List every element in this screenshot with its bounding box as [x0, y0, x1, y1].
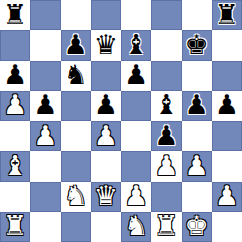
square-b6[interactable] — [30, 61, 60, 91]
white-rook[interactable]: ♜ — [3, 212, 27, 239]
square-c2[interactable]: ♞ — [61, 182, 91, 212]
square-d3[interactable] — [91, 151, 121, 181]
square-f7[interactable] — [151, 30, 181, 60]
square-b8[interactable] — [30, 0, 60, 30]
white-king[interactable]: ♚ — [185, 212, 209, 239]
white-knight[interactable]: ♞ — [64, 182, 88, 209]
square-c4[interactable] — [61, 121, 91, 151]
square-d7[interactable]: ♛ — [91, 30, 121, 60]
black-pawn[interactable]: ♟ — [3, 61, 27, 88]
square-e3[interactable] — [121, 151, 151, 181]
square-h6[interactable] — [212, 61, 242, 91]
square-f8[interactable] — [151, 0, 181, 30]
white-pawn[interactable]: ♟ — [94, 122, 118, 149]
square-b7[interactable] — [30, 30, 60, 60]
black-pawn[interactable]: ♟ — [124, 61, 148, 88]
square-b2[interactable] — [30, 182, 60, 212]
square-c5[interactable] — [61, 91, 91, 121]
black-pawn[interactable]: ♟ — [185, 91, 209, 118]
square-d6[interactable] — [91, 61, 121, 91]
black-bishop[interactable]: ♝ — [124, 31, 148, 58]
square-g4[interactable] — [182, 121, 212, 151]
square-g2[interactable] — [182, 182, 212, 212]
square-e6[interactable]: ♟ — [121, 61, 151, 91]
square-f5[interactable]: ♝ — [151, 91, 181, 121]
black-queen[interactable]: ♛ — [94, 31, 118, 58]
black-pawn[interactable]: ♟ — [94, 91, 118, 118]
square-b1[interactable] — [30, 212, 60, 242]
square-h3[interactable] — [212, 151, 242, 181]
square-a3[interactable]: ♝ — [0, 151, 30, 181]
square-a7[interactable] — [0, 30, 30, 60]
square-e1[interactable]: ♞ — [121, 212, 151, 242]
square-d5[interactable]: ♟ — [91, 91, 121, 121]
black-pawn[interactable]: ♟ — [33, 91, 57, 118]
square-d1[interactable] — [91, 212, 121, 242]
black-bishop[interactable]: ♝ — [154, 91, 178, 118]
square-f4[interactable]: ♟ — [151, 121, 181, 151]
black-rook[interactable]: ♜ — [215, 1, 239, 28]
white-pawn[interactable]: ♟ — [185, 152, 209, 179]
square-b4[interactable]: ♟ — [30, 121, 60, 151]
square-d2[interactable]: ♛ — [91, 182, 121, 212]
square-f2[interactable] — [151, 182, 181, 212]
white-pawn[interactable]: ♟ — [154, 152, 178, 179]
white-pawn[interactable]: ♟ — [124, 182, 148, 209]
black-rook[interactable]: ♜ — [3, 1, 27, 28]
square-g6[interactable] — [182, 61, 212, 91]
white-knight[interactable]: ♞ — [124, 212, 148, 239]
black-knight[interactable]: ♞ — [64, 61, 88, 88]
square-e2[interactable]: ♟ — [121, 182, 151, 212]
square-d4[interactable]: ♟ — [91, 121, 121, 151]
white-bishop[interactable]: ♝ — [3, 152, 27, 179]
chess-board: ♜♜♟♛♝♚♟♞♟♟♟♟♝♟♟♟♟♟♝♟♟♞♛♟♟♜♞♜♚ — [0, 0, 242, 242]
square-e7[interactable]: ♝ — [121, 30, 151, 60]
square-h4[interactable] — [212, 121, 242, 151]
square-b5[interactable]: ♟ — [30, 91, 60, 121]
square-a2[interactable] — [0, 182, 30, 212]
square-g5[interactable]: ♟ — [182, 91, 212, 121]
white-pawn[interactable]: ♟ — [215, 182, 239, 209]
square-f6[interactable] — [151, 61, 181, 91]
square-h7[interactable] — [212, 30, 242, 60]
square-a5[interactable]: ♟ — [0, 91, 30, 121]
black-king[interactable]: ♚ — [185, 31, 209, 58]
square-f1[interactable]: ♜ — [151, 212, 181, 242]
square-c8[interactable] — [61, 0, 91, 30]
square-g7[interactable]: ♚ — [182, 30, 212, 60]
white-queen[interactable]: ♛ — [94, 182, 118, 209]
square-c3[interactable] — [61, 151, 91, 181]
square-h5[interactable]: ♟ — [212, 91, 242, 121]
square-b3[interactable] — [30, 151, 60, 181]
square-a1[interactable]: ♜ — [0, 212, 30, 242]
square-h1[interactable] — [212, 212, 242, 242]
square-a8[interactable]: ♜ — [0, 0, 30, 30]
square-d8[interactable] — [91, 0, 121, 30]
black-pawn[interactable]: ♟ — [64, 31, 88, 58]
square-e5[interactable] — [121, 91, 151, 121]
white-rook[interactable]: ♜ — [154, 212, 178, 239]
square-c6[interactable]: ♞ — [61, 61, 91, 91]
square-e8[interactable] — [121, 0, 151, 30]
square-a6[interactable]: ♟ — [0, 61, 30, 91]
black-pawn[interactable]: ♟ — [154, 122, 178, 149]
square-h8[interactable]: ♜ — [212, 0, 242, 30]
square-a4[interactable] — [0, 121, 30, 151]
square-g3[interactable]: ♟ — [182, 151, 212, 181]
square-c7[interactable]: ♟ — [61, 30, 91, 60]
square-h2[interactable]: ♟ — [212, 182, 242, 212]
square-g8[interactable] — [182, 0, 212, 30]
black-pawn[interactable]: ♟ — [215, 91, 239, 118]
white-pawn[interactable]: ♟ — [33, 122, 57, 149]
square-g1[interactable]: ♚ — [182, 212, 212, 242]
white-pawn[interactable]: ♟ — [3, 91, 27, 118]
square-e4[interactable] — [121, 121, 151, 151]
square-f3[interactable]: ♟ — [151, 151, 181, 181]
square-c1[interactable] — [61, 212, 91, 242]
